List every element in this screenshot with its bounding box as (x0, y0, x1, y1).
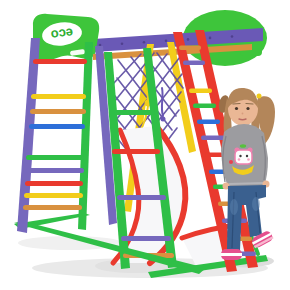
brand-label: eco (50, 25, 74, 43)
print-berry (229, 160, 233, 164)
sweater-hem (229, 183, 263, 184)
ladder-rung (24, 193, 83, 198)
beam-screw (165, 40, 168, 43)
eye-right (246, 107, 249, 110)
product-photo: eco (0, 0, 290, 290)
jeans-wash (230, 199, 238, 215)
ladder-rung (197, 120, 220, 125)
beam-screw (121, 42, 124, 45)
ladder-rung (117, 195, 166, 200)
mouth (239, 119, 246, 120)
ladder-rung (33, 59, 87, 64)
ladder-rung (201, 136, 225, 141)
ladder-rung (183, 61, 205, 66)
rope-tassel (161, 117, 166, 122)
jeans-wash (252, 197, 260, 211)
print-cheek (238, 158, 241, 161)
ladder-rung (179, 46, 201, 51)
rope-purple-strand (162, 88, 163, 116)
ladder-rung (23, 205, 82, 210)
print-face (235, 150, 252, 164)
print-leaf (240, 144, 246, 148)
beam-screw (187, 38, 190, 41)
ladder-rung (30, 109, 86, 114)
beam-screw (231, 35, 234, 38)
ladder-rung (193, 104, 216, 109)
eye-left (235, 107, 238, 110)
print-eye (239, 155, 241, 157)
nose (242, 113, 244, 115)
hair-tie (257, 94, 262, 99)
ladder-rung (26, 168, 84, 173)
print-cheek (247, 158, 250, 161)
ladder-rung (26, 155, 84, 160)
shoe-left (221, 249, 242, 260)
ladder-rung (29, 124, 85, 129)
shoe-stripe (221, 253, 242, 256)
ladder-rung (189, 89, 212, 94)
ladder-rung (25, 181, 83, 186)
ladder-rung (112, 149, 160, 154)
play-gym-scene: eco (0, 0, 290, 290)
ladder-rung (121, 236, 171, 241)
print-eye (246, 155, 248, 157)
ladder-rung (109, 110, 155, 115)
ladder-rung (31, 94, 86, 99)
beam-screw (143, 41, 146, 44)
beam-screw (209, 37, 212, 40)
